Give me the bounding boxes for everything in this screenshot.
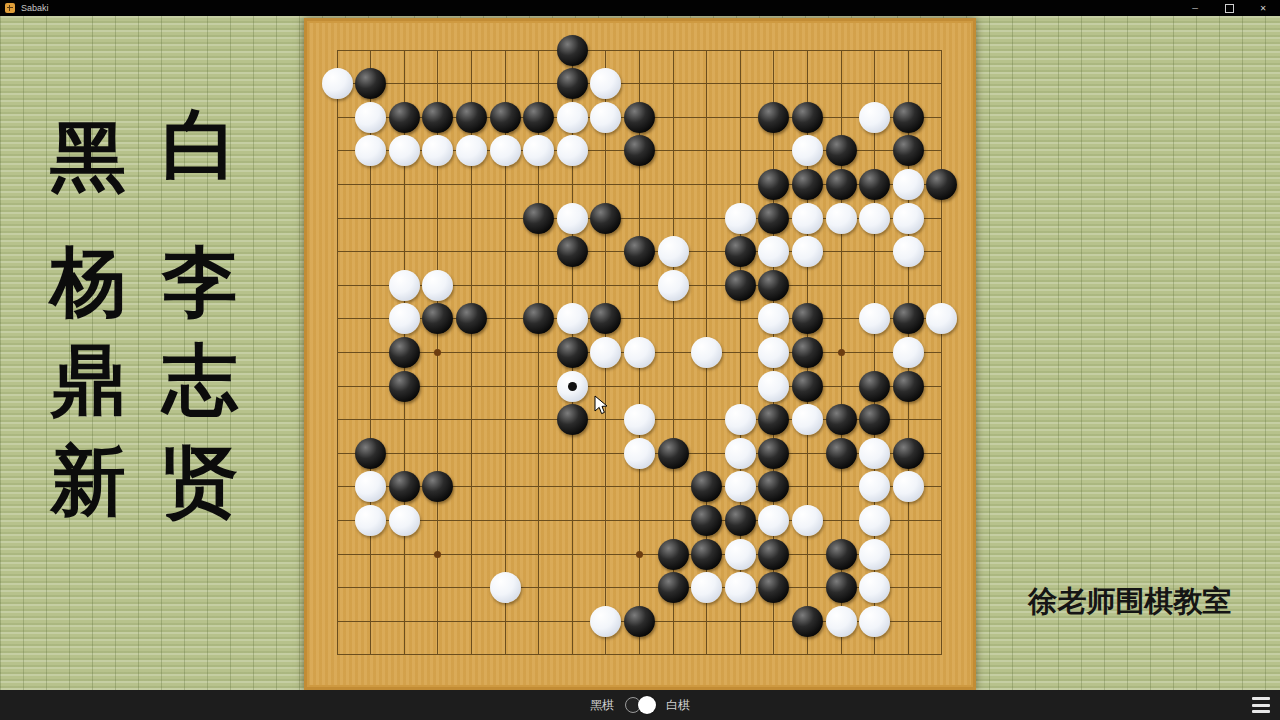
stone-black[interactable] [725,505,756,536]
stone-white[interactable] [389,270,420,301]
stone-black[interactable] [456,303,487,334]
stone-white[interactable] [322,68,353,99]
stone-black[interactable] [926,169,957,200]
star-point [434,551,441,558]
stone-white[interactable] [691,337,722,368]
stone-white[interactable] [389,505,420,536]
stone-black[interactable] [758,404,789,435]
mouse-cursor-icon [594,395,608,416]
stone-white[interactable] [422,135,453,166]
stone-white[interactable] [725,572,756,603]
stone-black[interactable] [758,169,789,200]
stone-white[interactable] [389,303,420,334]
stone-black[interactable] [557,68,588,99]
player-name-char: 李 [140,244,260,320]
stone-white[interactable] [355,505,386,536]
stone-black[interactable] [893,371,924,402]
stone-white[interactable] [758,236,789,267]
stone-white[interactable] [590,102,621,133]
white-player-name-column: 白李志贤 [140,16,260,690]
stone-white[interactable] [859,572,890,603]
stone-black[interactable] [523,303,554,334]
stone-black[interactable] [557,35,588,66]
stone-black[interactable] [859,404,890,435]
stone-white[interactable] [758,337,789,368]
stone-black[interactable] [826,169,857,200]
stone-black[interactable] [893,135,924,166]
stone-white[interactable] [590,68,621,99]
stone-white[interactable] [893,169,924,200]
stone-white[interactable] [624,404,655,435]
stone-white[interactable] [893,236,924,267]
player-name-char: 志 [140,342,260,418]
stone-white[interactable] [758,303,789,334]
stone-white[interactable] [691,572,722,603]
stone-white[interactable] [355,102,386,133]
stone-black[interactable] [557,337,588,368]
stone-white[interactable] [792,505,823,536]
last-move-marker [568,382,577,391]
grid-line [941,50,942,656]
stone-white[interactable] [758,371,789,402]
stone-white[interactable] [792,404,823,435]
stone-white[interactable] [859,102,890,133]
stone-white[interactable] [355,471,386,502]
classroom-watermark: 徐老师围棋教室 [1022,582,1238,622]
stone-black[interactable] [456,102,487,133]
stone-black[interactable] [422,471,453,502]
stone-black[interactable] [792,102,823,133]
stone-white[interactable] [658,270,689,301]
stone-black[interactable] [389,102,420,133]
stone-black[interactable] [792,337,823,368]
stone-white[interactable] [422,270,453,301]
stone-white[interactable] [355,135,386,166]
stone-black[interactable] [758,438,789,469]
grid-line [337,654,943,655]
stone-black[interactable] [758,572,789,603]
stone-white[interactable] [893,203,924,234]
stone-white[interactable] [859,606,890,637]
goban[interactable] [304,18,976,690]
stone-white[interactable] [859,505,890,536]
star-point [636,551,643,558]
star-point [838,349,845,356]
stone-black[interactable] [389,371,420,402]
stone-black[interactable] [523,102,554,133]
stone-white[interactable] [792,236,823,267]
stone-white[interactable] [725,203,756,234]
stone-white[interactable] [725,471,756,502]
minimize-button[interactable]: ─ [1178,0,1212,16]
menu-hamburger-icon[interactable] [1252,697,1270,713]
stone-white[interactable] [792,203,823,234]
grid-line [337,386,943,387]
stone-white[interactable] [893,337,924,368]
stone-white[interactable] [826,203,857,234]
stone-white[interactable] [859,303,890,334]
stone-black[interactable] [725,236,756,267]
stone-black[interactable] [389,337,420,368]
stone-black[interactable] [758,270,789,301]
stone-white[interactable] [490,572,521,603]
stone-white[interactable] [658,236,689,267]
stone-black[interactable] [691,471,722,502]
player-name-char: 杨 [28,244,148,320]
player-name-char: 鼎 [28,342,148,418]
stone-black[interactable] [792,371,823,402]
stone-black[interactable] [658,438,689,469]
stone-white[interactable] [725,539,756,570]
stone-black[interactable] [758,471,789,502]
stone-black[interactable] [826,438,857,469]
stone-white[interactable] [624,438,655,469]
stone-black[interactable] [691,505,722,536]
stone-white[interactable] [893,471,924,502]
stone-black[interactable] [355,68,386,99]
stone-black[interactable] [792,606,823,637]
stone-white[interactable] [624,337,655,368]
stone-black[interactable] [758,203,789,234]
stone-black[interactable] [758,539,789,570]
stone-white[interactable] [557,102,588,133]
stone-white[interactable] [758,505,789,536]
stone-black[interactable] [590,203,621,234]
stone-black[interactable] [422,303,453,334]
stone-black[interactable] [792,169,823,200]
player-color-toggle[interactable] [624,696,656,714]
stone-white[interactable] [389,135,420,166]
stone-white[interactable] [557,135,588,166]
stone-white[interactable] [859,438,890,469]
stone-black[interactable] [691,539,722,570]
stone-black[interactable] [523,203,554,234]
stone-black[interactable] [624,236,655,267]
star-point [434,349,441,356]
stone-black[interactable] [893,303,924,334]
stone-black[interactable] [658,572,689,603]
stone-black[interactable] [389,471,420,502]
stone-white[interactable] [926,303,957,334]
stone-white[interactable] [859,203,890,234]
stone-white[interactable] [557,203,588,234]
stone-white[interactable] [557,303,588,334]
stone-white[interactable] [590,337,621,368]
black-player-name-column: 黑杨鼎新 [28,16,148,690]
stone-black[interactable] [859,169,890,200]
stone-white[interactable] [490,135,521,166]
stone-black[interactable] [624,102,655,133]
sabaki-app-icon [5,3,15,13]
player-name-char: 贤 [140,443,260,519]
bottom-toolbar: 黑棋 白棋 [0,690,1280,720]
stone-white[interactable] [523,135,554,166]
toggle-white-stone-icon [638,696,656,714]
grid-line [337,520,943,521]
white-toggle-label: 白棋 [666,697,690,714]
stone-black[interactable] [859,371,890,402]
stone-black[interactable] [758,102,789,133]
stone-black[interactable] [557,404,588,435]
stone-black[interactable] [826,135,857,166]
stone-black[interactable] [490,102,521,133]
window-controls: ─ ✕ [1178,0,1280,16]
stone-black[interactable] [590,303,621,334]
window-titlebar: Sabaki ─ ✕ [0,0,1280,16]
stone-black[interactable] [826,572,857,603]
window-title: Sabaki [21,3,49,13]
stone-black[interactable] [422,102,453,133]
stone-black[interactable] [725,270,756,301]
maximize-button[interactable] [1212,0,1246,16]
stone-black[interactable] [658,539,689,570]
stone-white[interactable] [792,135,823,166]
stone-white[interactable] [859,539,890,570]
stone-black[interactable] [557,236,588,267]
stone-black[interactable] [893,438,924,469]
stone-white[interactable] [725,404,756,435]
player-name-char: 白 [140,107,260,183]
stone-white[interactable] [456,135,487,166]
close-button[interactable]: ✕ [1246,0,1280,16]
maximize-icon [1225,4,1234,13]
player-name-char: 新 [28,443,148,519]
stone-white[interactable] [859,471,890,502]
stone-black[interactable] [893,102,924,133]
stone-white[interactable] [590,606,621,637]
stone-black[interactable] [355,438,386,469]
stone-black[interactable] [624,606,655,637]
stone-black[interactable] [826,539,857,570]
black-toggle-label: 黑棋 [590,697,614,714]
stone-white[interactable] [826,606,857,637]
stone-white[interactable] [725,438,756,469]
player-name-char: 黑 [28,119,148,195]
stone-black[interactable] [792,303,823,334]
stone-black[interactable] [624,135,655,166]
stone-black[interactable] [826,404,857,435]
